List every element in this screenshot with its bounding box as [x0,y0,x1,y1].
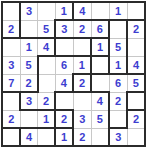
cell-r1c4[interactable]: 1 [55,2,73,20]
cell-r3c4[interactable] [55,38,73,56]
cell-r7c5[interactable]: 3 [73,110,91,128]
cell-r7c8[interactable]: 2 [127,110,145,128]
cell-r3c8[interactable] [127,38,145,56]
cell-r8c2[interactable]: 4 [20,128,38,146]
cell-r2c8[interactable]: 2 [127,20,145,38]
cell-r3c5[interactable] [73,38,91,56]
cell-r6c1[interactable] [2,92,20,110]
cell-r7c3[interactable]: 1 [38,110,56,128]
cell-r7c2[interactable] [20,110,38,128]
cell-r5c6[interactable] [91,74,109,92]
cell-r5c7[interactable]: 6 [109,74,127,92]
cell-r5c3[interactable] [38,74,56,92]
cell-r4c5[interactable]: 1 [73,56,91,74]
cell-r7c1[interactable]: 2 [2,110,20,128]
cell-r4c1[interactable]: 3 [2,56,20,74]
cell-r3c6[interactable]: 1 [91,38,109,56]
cell-r1c2[interactable]: 3 [20,2,38,20]
cell-r2c5[interactable]: 2 [73,20,91,38]
cell-r8c3[interactable] [38,128,56,146]
cell-r7c6[interactable]: 5 [91,110,109,128]
cell-r5c5[interactable]: 2 [73,74,91,92]
cell-r2c3[interactable]: 5 [38,20,56,38]
cell-r1c1[interactable] [2,2,20,20]
cell-r1c6[interactable] [91,2,109,20]
cell-r1c5[interactable]: 4 [73,2,91,20]
cell-r6c8[interactable] [127,92,145,110]
cell-r8c4[interactable]: 1 [55,128,73,146]
cell-r6c3[interactable]: 2 [38,92,56,110]
cell-r6c7[interactable]: 2 [109,92,127,110]
cell-r5c1[interactable]: 7 [2,74,20,92]
cell-r5c8[interactable]: 5 [127,74,145,92]
cell-r3c2[interactable]: 1 [20,38,38,56]
cell-r2c1[interactable]: 2 [2,20,20,38]
cell-r7c7[interactable] [109,110,127,128]
cell-r3c7[interactable]: 5 [109,38,127,56]
cell-r2c7[interactable] [109,20,127,38]
cell-r2c4[interactable]: 3 [55,20,73,38]
cell-r6c6[interactable]: 4 [91,92,109,110]
cell-r6c5[interactable] [73,92,91,110]
cell-r5c4[interactable]: 4 [55,74,73,92]
cell-r1c3[interactable] [38,2,56,20]
cell-r4c6[interactable] [91,56,109,74]
cell-r4c8[interactable]: 4 [127,56,145,74]
cell-r8c7[interactable]: 3 [109,128,127,146]
puzzle-page: 3141253262141535611472426532422123524123 [0,0,150,150]
cell-r8c6[interactable] [91,128,109,146]
cell-r6c4[interactable] [55,92,73,110]
cell-r1c7[interactable]: 1 [109,2,127,20]
cell-r4c2[interactable]: 5 [20,56,38,74]
cell-r4c3[interactable] [38,56,56,74]
cell-r4c7[interactable]: 1 [109,56,127,74]
cell-r2c6[interactable]: 6 [91,20,109,38]
cell-r6c2[interactable]: 3 [20,92,38,110]
cell-r7c4[interactable]: 2 [55,110,73,128]
cell-r5c2[interactable]: 2 [20,74,38,92]
cell-r8c8[interactable] [127,128,145,146]
cell-r3c3[interactable]: 4 [38,38,56,56]
suguru-board: 3141253262141535611472426532422123524123 [1,1,146,147]
cell-r8c5[interactable]: 2 [73,128,91,146]
cell-r2c2[interactable] [20,20,38,38]
cell-r3c1[interactable] [2,38,20,56]
cell-r4c4[interactable]: 6 [55,56,73,74]
cell-r1c8[interactable] [127,2,145,20]
cell-r8c1[interactable] [2,128,20,146]
